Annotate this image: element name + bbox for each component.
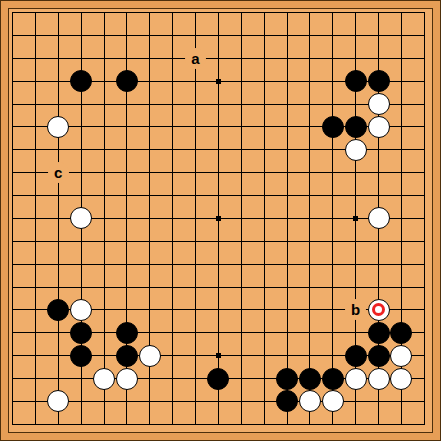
point-E8[interactable]	[93, 253, 116, 276]
point-C19[interactable]	[47, 1, 70, 24]
point-O6[interactable]	[298, 298, 321, 321]
point-N14[interactable]	[276, 115, 299, 138]
point-A5[interactable]	[1, 321, 24, 344]
point-J1[interactable]	[184, 413, 207, 436]
point-C1[interactable]	[47, 413, 70, 436]
point-D17[interactable]	[70, 47, 93, 70]
point-M10[interactable]	[253, 207, 276, 230]
point-S11[interactable]	[390, 184, 413, 207]
point-C8[interactable]	[47, 253, 70, 276]
point-G17[interactable]	[138, 47, 161, 70]
point-R1[interactable]	[367, 413, 390, 436]
point-G18[interactable]	[138, 24, 161, 47]
point-B3[interactable]	[24, 367, 47, 390]
point-A2[interactable]	[1, 390, 24, 413]
point-S7[interactable]	[390, 276, 413, 299]
point-L9[interactable]	[230, 230, 253, 253]
point-J8[interactable]	[184, 253, 207, 276]
point-D2[interactable]	[70, 390, 93, 413]
point-A16[interactable]	[1, 70, 24, 93]
point-K15[interactable]	[207, 93, 230, 116]
point-A10[interactable]	[1, 207, 24, 230]
point-P9[interactable]	[321, 230, 344, 253]
point-J4[interactable]	[184, 344, 207, 367]
point-E6[interactable]	[93, 298, 116, 321]
point-D1[interactable]	[70, 413, 93, 436]
point-E1[interactable]	[93, 413, 116, 436]
point-F9[interactable]	[115, 230, 138, 253]
point-M14[interactable]	[253, 115, 276, 138]
point-R13[interactable]	[367, 138, 390, 161]
point-T1[interactable]	[413, 413, 436, 436]
point-Q7[interactable]	[344, 276, 367, 299]
point-K9[interactable]	[207, 230, 230, 253]
point-K5[interactable]	[207, 321, 230, 344]
point-S17[interactable]	[390, 47, 413, 70]
point-O5[interactable]	[298, 321, 321, 344]
point-L4[interactable]	[230, 344, 253, 367]
point-A11[interactable]	[1, 184, 24, 207]
point-M5[interactable]	[253, 321, 276, 344]
point-L7[interactable]	[230, 276, 253, 299]
point-O11[interactable]	[298, 184, 321, 207]
point-S14[interactable]	[390, 115, 413, 138]
point-J10[interactable]	[184, 207, 207, 230]
point-F11[interactable]	[115, 184, 138, 207]
point-B8[interactable]	[24, 253, 47, 276]
point-A6[interactable]	[1, 298, 24, 321]
point-H13[interactable]	[161, 138, 184, 161]
point-A7[interactable]	[1, 276, 24, 299]
point-N15[interactable]	[276, 93, 299, 116]
point-R7[interactable]	[367, 276, 390, 299]
point-G14[interactable]	[138, 115, 161, 138]
point-H16[interactable]	[161, 70, 184, 93]
point-R19[interactable]	[367, 1, 390, 24]
point-T3[interactable]	[413, 367, 436, 390]
point-H12[interactable]	[161, 161, 184, 184]
point-M11[interactable]	[253, 184, 276, 207]
point-F7[interactable]	[115, 276, 138, 299]
point-L8[interactable]	[230, 253, 253, 276]
point-O1[interactable]	[298, 413, 321, 436]
point-L6[interactable]	[230, 298, 253, 321]
point-S9[interactable]	[390, 230, 413, 253]
point-B11[interactable]	[24, 184, 47, 207]
point-M4[interactable]	[253, 344, 276, 367]
point-M6[interactable]	[253, 298, 276, 321]
point-B10[interactable]	[24, 207, 47, 230]
point-F6[interactable]	[115, 298, 138, 321]
point-L14[interactable]	[230, 115, 253, 138]
point-A18[interactable]	[1, 24, 24, 47]
point-C7[interactable]	[47, 276, 70, 299]
point-H4[interactable]	[161, 344, 184, 367]
point-M3[interactable]	[253, 367, 276, 390]
point-M12[interactable]	[253, 161, 276, 184]
point-P17[interactable]	[321, 47, 344, 70]
point-B13[interactable]	[24, 138, 47, 161]
point-L2[interactable]	[230, 390, 253, 413]
point-F15[interactable]	[115, 93, 138, 116]
point-T5[interactable]	[413, 321, 436, 344]
point-J18[interactable]	[184, 24, 207, 47]
point-S12[interactable]	[390, 161, 413, 184]
point-J15[interactable]	[184, 93, 207, 116]
point-G5[interactable]	[138, 321, 161, 344]
point-E5[interactable]	[93, 321, 116, 344]
point-N7[interactable]	[276, 276, 299, 299]
point-E15[interactable]	[93, 93, 116, 116]
point-J14[interactable]	[184, 115, 207, 138]
point-H2[interactable]	[161, 390, 184, 413]
point-K2[interactable]	[207, 390, 230, 413]
point-P10[interactable]	[321, 207, 344, 230]
point-T12[interactable]	[413, 161, 436, 184]
point-J3[interactable]	[184, 367, 207, 390]
point-Q8[interactable]	[344, 253, 367, 276]
point-B1[interactable]	[24, 413, 47, 436]
point-F12[interactable]	[115, 161, 138, 184]
point-L17[interactable]	[230, 47, 253, 70]
point-F19[interactable]	[115, 1, 138, 24]
point-C10[interactable]	[47, 207, 70, 230]
point-F8[interactable]	[115, 253, 138, 276]
point-H10[interactable]	[161, 207, 184, 230]
point-J5[interactable]	[184, 321, 207, 344]
point-C11[interactable]	[47, 184, 70, 207]
point-T15[interactable]	[413, 93, 436, 116]
point-F1[interactable]	[115, 413, 138, 436]
point-N6[interactable]	[276, 298, 299, 321]
point-J2[interactable]	[184, 390, 207, 413]
point-O19[interactable]	[298, 1, 321, 24]
point-L12[interactable]	[230, 161, 253, 184]
point-R18[interactable]	[367, 24, 390, 47]
point-P18[interactable]	[321, 24, 344, 47]
point-H17[interactable]	[161, 47, 184, 70]
point-O9[interactable]	[298, 230, 321, 253]
point-J19[interactable]	[184, 1, 207, 24]
point-P1[interactable]	[321, 413, 344, 436]
point-S16[interactable]	[390, 70, 413, 93]
point-J16[interactable]	[184, 70, 207, 93]
point-P5[interactable]	[321, 321, 344, 344]
point-J11[interactable]	[184, 184, 207, 207]
point-H7[interactable]	[161, 276, 184, 299]
point-L1[interactable]	[230, 413, 253, 436]
point-Q6[interactable]: b	[344, 298, 367, 321]
point-A15[interactable]	[1, 93, 24, 116]
point-S18[interactable]	[390, 24, 413, 47]
point-H6[interactable]	[161, 298, 184, 321]
point-S15[interactable]	[390, 93, 413, 116]
point-D15[interactable]	[70, 93, 93, 116]
point-M2[interactable]	[253, 390, 276, 413]
point-K12[interactable]	[207, 161, 230, 184]
point-P12[interactable]	[321, 161, 344, 184]
point-G19[interactable]	[138, 1, 161, 24]
point-N9[interactable]	[276, 230, 299, 253]
point-B6[interactable]	[24, 298, 47, 321]
point-J12[interactable]	[184, 161, 207, 184]
point-E11[interactable]	[93, 184, 116, 207]
point-N4[interactable]	[276, 344, 299, 367]
point-D13[interactable]	[70, 138, 93, 161]
point-G7[interactable]	[138, 276, 161, 299]
point-O17[interactable]	[298, 47, 321, 70]
point-F10[interactable]	[115, 207, 138, 230]
point-A1[interactable]	[1, 413, 24, 436]
point-D18[interactable]	[70, 24, 93, 47]
point-F18[interactable]	[115, 24, 138, 47]
point-G15[interactable]	[138, 93, 161, 116]
point-N5[interactable]	[276, 321, 299, 344]
point-T9[interactable]	[413, 230, 436, 253]
point-N17[interactable]	[276, 47, 299, 70]
point-S10[interactable]	[390, 207, 413, 230]
point-Q5[interactable]	[344, 321, 367, 344]
point-A14[interactable]	[1, 115, 24, 138]
point-N10[interactable]	[276, 207, 299, 230]
point-Q18[interactable]	[344, 24, 367, 47]
point-H5[interactable]	[161, 321, 184, 344]
point-M13[interactable]	[253, 138, 276, 161]
point-T10[interactable]	[413, 207, 436, 230]
point-B7[interactable]	[24, 276, 47, 299]
point-E19[interactable]	[93, 1, 116, 24]
point-K16[interactable]	[207, 70, 230, 93]
point-K13[interactable]	[207, 138, 230, 161]
point-B17[interactable]	[24, 47, 47, 70]
point-D12[interactable]	[70, 161, 93, 184]
point-F17[interactable]	[115, 47, 138, 70]
point-Q11[interactable]	[344, 184, 367, 207]
point-M9[interactable]	[253, 230, 276, 253]
point-R2[interactable]	[367, 390, 390, 413]
point-K1[interactable]	[207, 413, 230, 436]
point-B16[interactable]	[24, 70, 47, 93]
point-D9[interactable]	[70, 230, 93, 253]
point-T17[interactable]	[413, 47, 436, 70]
point-N19[interactable]	[276, 1, 299, 24]
point-J17[interactable]: a	[184, 47, 207, 70]
point-K6[interactable]	[207, 298, 230, 321]
point-G3[interactable]	[138, 367, 161, 390]
point-R12[interactable]	[367, 161, 390, 184]
point-B18[interactable]	[24, 24, 47, 47]
point-S19[interactable]	[390, 1, 413, 24]
point-C15[interactable]	[47, 93, 70, 116]
point-D3[interactable]	[70, 367, 93, 390]
point-H19[interactable]	[161, 1, 184, 24]
point-B9[interactable]	[24, 230, 47, 253]
point-S6[interactable]	[390, 298, 413, 321]
point-M7[interactable]	[253, 276, 276, 299]
point-K10[interactable]	[207, 207, 230, 230]
point-O15[interactable]	[298, 93, 321, 116]
point-G1[interactable]	[138, 413, 161, 436]
point-J9[interactable]	[184, 230, 207, 253]
point-O10[interactable]	[298, 207, 321, 230]
point-M16[interactable]	[253, 70, 276, 93]
point-N11[interactable]	[276, 184, 299, 207]
point-C5[interactable]	[47, 321, 70, 344]
point-J7[interactable]	[184, 276, 207, 299]
point-A4[interactable]	[1, 344, 24, 367]
point-K8[interactable]	[207, 253, 230, 276]
point-A13[interactable]	[1, 138, 24, 161]
point-O4[interactable]	[298, 344, 321, 367]
point-B19[interactable]	[24, 1, 47, 24]
point-G13[interactable]	[138, 138, 161, 161]
point-O8[interactable]	[298, 253, 321, 276]
point-G16[interactable]	[138, 70, 161, 93]
point-E12[interactable]	[93, 161, 116, 184]
point-O16[interactable]	[298, 70, 321, 93]
point-C9[interactable]	[47, 230, 70, 253]
point-C4[interactable]	[47, 344, 70, 367]
point-H3[interactable]	[161, 367, 184, 390]
point-N8[interactable]	[276, 253, 299, 276]
point-T13[interactable]	[413, 138, 436, 161]
point-L19[interactable]	[230, 1, 253, 24]
point-P16[interactable]	[321, 70, 344, 93]
point-S13[interactable]	[390, 138, 413, 161]
point-P6[interactable]	[321, 298, 344, 321]
point-T7[interactable]	[413, 276, 436, 299]
point-P15[interactable]	[321, 93, 344, 116]
point-E13[interactable]	[93, 138, 116, 161]
point-L10[interactable]	[230, 207, 253, 230]
point-E17[interactable]	[93, 47, 116, 70]
point-A9[interactable]	[1, 230, 24, 253]
point-G12[interactable]	[138, 161, 161, 184]
point-M17[interactable]	[253, 47, 276, 70]
point-L18[interactable]	[230, 24, 253, 47]
point-Q19[interactable]	[344, 1, 367, 24]
point-K4[interactable]	[207, 344, 230, 367]
point-M19[interactable]	[253, 1, 276, 24]
point-P4[interactable]	[321, 344, 344, 367]
point-D11[interactable]	[70, 184, 93, 207]
point-L15[interactable]	[230, 93, 253, 116]
point-L3[interactable]	[230, 367, 253, 390]
point-C17[interactable]	[47, 47, 70, 70]
point-K7[interactable]	[207, 276, 230, 299]
point-H9[interactable]	[161, 230, 184, 253]
point-H11[interactable]	[161, 184, 184, 207]
point-B4[interactable]	[24, 344, 47, 367]
point-T2[interactable]	[413, 390, 436, 413]
point-H18[interactable]	[161, 24, 184, 47]
point-H15[interactable]	[161, 93, 184, 116]
point-G6[interactable]	[138, 298, 161, 321]
point-N1[interactable]	[276, 413, 299, 436]
point-B12[interactable]	[24, 161, 47, 184]
point-B15[interactable]	[24, 93, 47, 116]
point-Q2[interactable]	[344, 390, 367, 413]
point-Q1[interactable]	[344, 413, 367, 436]
point-Q9[interactable]	[344, 230, 367, 253]
point-F13[interactable]	[115, 138, 138, 161]
point-R8[interactable]	[367, 253, 390, 276]
point-O7[interactable]	[298, 276, 321, 299]
point-O14[interactable]	[298, 115, 321, 138]
point-E7[interactable]	[93, 276, 116, 299]
point-N18[interactable]	[276, 24, 299, 47]
point-M15[interactable]	[253, 93, 276, 116]
point-E4[interactable]	[93, 344, 116, 367]
point-L5[interactable]	[230, 321, 253, 344]
point-R11[interactable]	[367, 184, 390, 207]
point-Q10[interactable]	[344, 207, 367, 230]
point-N12[interactable]	[276, 161, 299, 184]
point-O12[interactable]	[298, 161, 321, 184]
point-S8[interactable]	[390, 253, 413, 276]
point-C3[interactable]	[47, 367, 70, 390]
point-C16[interactable]	[47, 70, 70, 93]
point-L16[interactable]	[230, 70, 253, 93]
point-F14[interactable]	[115, 115, 138, 138]
point-N16[interactable]	[276, 70, 299, 93]
point-R9[interactable]	[367, 230, 390, 253]
point-T11[interactable]	[413, 184, 436, 207]
point-B2[interactable]	[24, 390, 47, 413]
point-J6[interactable]	[184, 298, 207, 321]
point-C18[interactable]	[47, 24, 70, 47]
point-T4[interactable]	[413, 344, 436, 367]
point-A3[interactable]	[1, 367, 24, 390]
point-J13[interactable]	[184, 138, 207, 161]
point-D19[interactable]	[70, 1, 93, 24]
point-G2[interactable]	[138, 390, 161, 413]
point-G10[interactable]	[138, 207, 161, 230]
point-D8[interactable]	[70, 253, 93, 276]
point-P13[interactable]	[321, 138, 344, 161]
point-K18[interactable]	[207, 24, 230, 47]
point-A19[interactable]	[1, 1, 24, 24]
point-T14[interactable]	[413, 115, 436, 138]
point-T16[interactable]	[413, 70, 436, 93]
point-O18[interactable]	[298, 24, 321, 47]
point-H14[interactable]	[161, 115, 184, 138]
point-P11[interactable]	[321, 184, 344, 207]
point-E9[interactable]	[93, 230, 116, 253]
point-H8[interactable]	[161, 253, 184, 276]
point-G9[interactable]	[138, 230, 161, 253]
point-D14[interactable]	[70, 115, 93, 138]
point-A8[interactable]	[1, 253, 24, 276]
point-L11[interactable]	[230, 184, 253, 207]
point-H1[interactable]	[161, 413, 184, 436]
point-G8[interactable]	[138, 253, 161, 276]
point-C12[interactable]: c	[47, 161, 70, 184]
point-E10[interactable]	[93, 207, 116, 230]
point-L13[interactable]	[230, 138, 253, 161]
point-C13[interactable]	[47, 138, 70, 161]
point-T8[interactable]	[413, 253, 436, 276]
point-M1[interactable]	[253, 413, 276, 436]
point-K17[interactable]	[207, 47, 230, 70]
point-P8[interactable]	[321, 253, 344, 276]
point-E16[interactable]	[93, 70, 116, 93]
point-Q17[interactable]	[344, 47, 367, 70]
point-K14[interactable]	[207, 115, 230, 138]
point-A17[interactable]	[1, 47, 24, 70]
point-E14[interactable]	[93, 115, 116, 138]
point-E2[interactable]	[93, 390, 116, 413]
